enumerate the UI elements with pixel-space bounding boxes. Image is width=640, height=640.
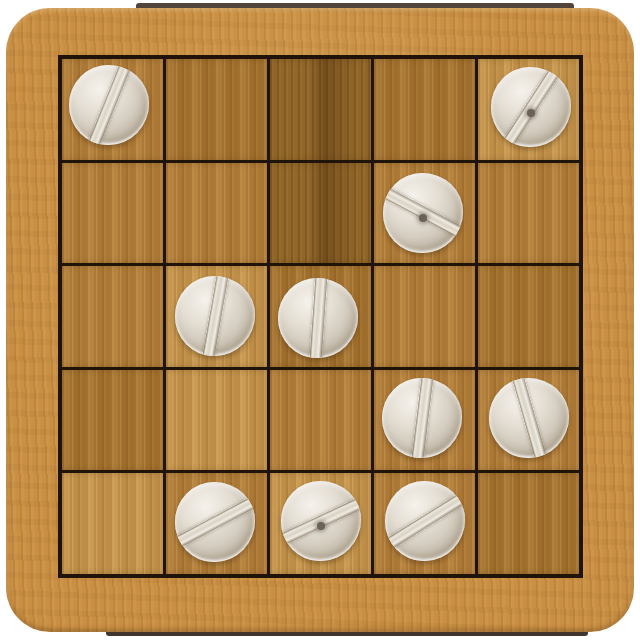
screw-slot-band [410,378,434,458]
screw-slot-band [510,378,547,458]
board-cell-r3c5[interactable] [478,266,579,367]
screw-piece-r3c2[interactable] [175,276,255,356]
board-cell-r4c4[interactable] [374,370,475,471]
screw-slot-icon [175,276,255,356]
board-cell-r1c5[interactable] [478,59,579,160]
board-cell-r1c1[interactable] [62,59,163,160]
board-grid [58,55,583,578]
screw-slot-icon [385,481,465,561]
screw-slot-icon [175,482,255,562]
board-cell-r3c3[interactable] [270,266,371,367]
board-cell-r4c5[interactable] [478,370,579,471]
screw-slot-icon [489,378,569,458]
screw-slot-icon [491,67,571,147]
board-cell-r2c5[interactable] [478,163,579,264]
screw-slot-icon [383,173,463,253]
board-cell-r5c5[interactable] [478,473,579,574]
game-board [6,8,634,632]
screw-slot-icon [69,65,149,145]
screw-slot-band [383,187,463,240]
board-cell-r2c1[interactable] [62,163,163,264]
screw-slot-band [200,276,228,356]
board-cell-r1c4[interactable] [374,59,475,160]
board-cell-r3c4[interactable] [374,266,475,367]
board-cell-r2c3[interactable] [270,163,371,264]
board-cell-r5c4[interactable] [374,473,475,574]
board-cell-r5c2[interactable] [166,473,267,574]
screw-slot-icon [382,378,462,458]
screw-slot-icon [278,278,358,358]
board-cell-r4c2[interactable] [166,370,267,471]
board-cell-r5c1[interactable] [62,473,163,574]
board-cell-r2c2[interactable] [166,163,267,264]
screw-piece-r1c5[interactable] [491,67,571,147]
screw-slot-band [86,65,131,145]
board-cell-r3c1[interactable] [62,266,163,367]
screw-piece-r5c3[interactable] [281,481,361,561]
board-cell-r5c3[interactable] [270,473,371,574]
screw-slot-icon [281,481,361,561]
screw-piece-r2c4[interactable] [383,173,463,253]
screw-piece-r5c2[interactable] [175,482,255,562]
board-cell-r1c3[interactable] [270,59,371,160]
screw-slot-band [308,278,327,358]
screw-slot-band [175,496,255,549]
screw-piece-r3c3[interactable] [278,278,358,358]
board-cell-r4c3[interactable] [270,370,371,471]
board-cell-r3c2[interactable] [166,266,267,367]
screw-slot-band [501,68,560,148]
screw-piece-r4c5[interactable] [489,378,569,458]
board-cell-r1c2[interactable] [166,59,267,160]
screw-piece-r1c1[interactable] [69,65,149,145]
board-cell-r2c4[interactable] [374,163,475,264]
screw-piece-r4c4[interactable] [382,378,462,458]
screw-piece-r5c4[interactable] [385,481,465,561]
screw-slot-band [385,492,465,550]
screw-slot-band [281,497,361,546]
screenshot [0,0,640,640]
board-cell-r4c1[interactable] [62,370,163,471]
